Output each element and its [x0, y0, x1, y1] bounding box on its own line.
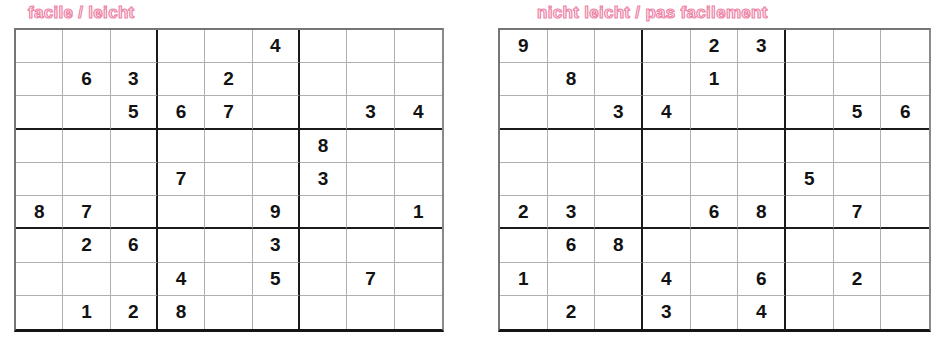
cell-r8c4: 4	[643, 263, 691, 296]
sudoku-board-hard: 923813456523687681462234	[498, 28, 931, 332]
cell-r9c4: 8	[158, 296, 205, 329]
cell-r1c4	[158, 30, 205, 63]
cell-r8c9	[395, 263, 442, 296]
cell-r2c5: 1	[691, 63, 739, 96]
cell-r7c1	[16, 229, 63, 262]
cell-r9c8	[347, 296, 394, 329]
cell-r8c7	[300, 263, 347, 296]
cell-r6c8	[347, 196, 394, 229]
cell-r6c6: 9	[253, 196, 300, 229]
cell-r7c4	[158, 229, 205, 262]
cell-r3c4: 6	[158, 96, 205, 129]
cell-r3c6	[738, 96, 786, 129]
cell-r2c3: 3	[111, 63, 158, 96]
cell-r7c7	[300, 229, 347, 262]
cell-r1c5	[205, 30, 252, 63]
cell-r7c2: 6	[548, 229, 596, 262]
cell-r2c8	[347, 63, 394, 96]
cell-r3c2	[63, 96, 110, 129]
cell-r5c1	[500, 163, 548, 196]
cell-r6c8: 7	[834, 196, 882, 229]
puzzle-title-easy: facile / leicht	[28, 2, 135, 24]
cell-r5c4: 7	[158, 163, 205, 196]
cell-r7c8	[347, 229, 394, 262]
cell-r4c6	[253, 130, 300, 163]
cell-r4c8	[834, 130, 882, 163]
cell-r8c3	[595, 263, 643, 296]
cell-r1c8	[834, 30, 882, 63]
cell-r3c3: 3	[595, 96, 643, 129]
cell-r4c4	[643, 130, 691, 163]
cell-r8c7	[786, 263, 834, 296]
cell-r2c6	[738, 63, 786, 96]
cell-r8c6: 6	[738, 263, 786, 296]
cell-r4c5	[205, 130, 252, 163]
cell-r7c1	[500, 229, 548, 262]
cell-r2c3	[595, 63, 643, 96]
cell-r4c2	[63, 130, 110, 163]
cell-r1c6: 3	[738, 30, 786, 63]
cell-r9c2: 2	[548, 296, 596, 329]
cell-r2c7	[300, 63, 347, 96]
cell-r1c8	[347, 30, 394, 63]
cell-r3c5	[691, 96, 739, 129]
cell-r6c2: 3	[548, 196, 596, 229]
cell-r9c5	[205, 296, 252, 329]
cell-r7c9	[395, 229, 442, 262]
cell-r8c5	[205, 263, 252, 296]
cell-r5c5	[691, 163, 739, 196]
cell-r4c7	[786, 130, 834, 163]
cell-r8c2	[63, 263, 110, 296]
cell-r4c6	[738, 130, 786, 163]
cell-r8c6: 5	[253, 263, 300, 296]
cell-r7c6	[738, 229, 786, 262]
cell-r8c1: 1	[500, 263, 548, 296]
cell-r4c5	[691, 130, 739, 163]
cell-r5c2	[63, 163, 110, 196]
cell-r6c9	[881, 196, 929, 229]
cell-r6c4	[158, 196, 205, 229]
cell-r7c3: 8	[595, 229, 643, 262]
cell-r4c1	[500, 130, 548, 163]
cell-r7c8	[834, 229, 882, 262]
cell-r9c4: 3	[643, 296, 691, 329]
cell-r5c3	[111, 163, 158, 196]
cell-r5c8	[347, 163, 394, 196]
cell-r9c7	[786, 296, 834, 329]
cell-r5c9	[395, 163, 442, 196]
cell-r7c2: 2	[63, 229, 110, 262]
cell-r9c6: 4	[738, 296, 786, 329]
cell-r4c2	[548, 130, 596, 163]
puzzle-title-hard: nicht leicht / pas facilement	[537, 2, 768, 24]
cell-r4c3	[111, 130, 158, 163]
cell-r9c1	[500, 296, 548, 329]
cell-r3c7	[300, 96, 347, 129]
cell-r7c6: 3	[253, 229, 300, 262]
cell-r8c3	[111, 263, 158, 296]
cell-r1c7	[786, 30, 834, 63]
cell-r7c3: 6	[111, 229, 158, 262]
cell-r1c1: 9	[500, 30, 548, 63]
cell-r6c1: 2	[500, 196, 548, 229]
cell-r2c1	[500, 63, 548, 96]
cell-r9c2: 1	[63, 296, 110, 329]
cell-r6c7	[300, 196, 347, 229]
cell-r5c7: 3	[300, 163, 347, 196]
cell-r1c3	[595, 30, 643, 63]
cell-r9c1	[16, 296, 63, 329]
cell-r1c7	[300, 30, 347, 63]
cell-r4c7: 8	[300, 130, 347, 163]
cell-r2c6	[253, 63, 300, 96]
cell-r5c8	[834, 163, 882, 196]
cell-r1c9	[395, 30, 442, 63]
cell-r6c3	[111, 196, 158, 229]
cell-r9c3	[595, 296, 643, 329]
cell-r6c9: 1	[395, 196, 442, 229]
cell-r3c3: 5	[111, 96, 158, 129]
cell-r2c2: 8	[548, 63, 596, 96]
cell-r6c5: 6	[691, 196, 739, 229]
sudoku-board-easy: 4632567348738791263457128	[14, 28, 444, 332]
cell-r9c7	[300, 296, 347, 329]
cell-r1c4	[643, 30, 691, 63]
cell-r1c3	[111, 30, 158, 63]
cell-r5c9	[881, 163, 929, 196]
cell-r7c5	[205, 229, 252, 262]
cell-r4c9	[881, 130, 929, 163]
cell-r4c1	[16, 130, 63, 163]
cell-r8c4: 4	[158, 263, 205, 296]
cell-r5c4	[643, 163, 691, 196]
cell-r3c7	[786, 96, 834, 129]
cell-r4c4	[158, 130, 205, 163]
cell-r3c9: 4	[395, 96, 442, 129]
cell-r5c6	[738, 163, 786, 196]
cell-r5c5	[205, 163, 252, 196]
cell-r2c9	[395, 63, 442, 96]
cell-r5c7: 5	[786, 163, 834, 196]
cell-r7c4	[643, 229, 691, 262]
cell-r1c6: 4	[253, 30, 300, 63]
cell-r4c9	[395, 130, 442, 163]
cell-r3c6	[253, 96, 300, 129]
cell-r6c2: 7	[63, 196, 110, 229]
cell-r6c3	[595, 196, 643, 229]
cell-r9c3: 2	[111, 296, 158, 329]
cell-r5c6	[253, 163, 300, 196]
cell-r8c5	[691, 263, 739, 296]
cell-r7c9	[881, 229, 929, 262]
cell-r6c6: 8	[738, 196, 786, 229]
cell-r9c9	[395, 296, 442, 329]
cell-r3c8: 3	[347, 96, 394, 129]
cell-r1c5: 2	[691, 30, 739, 63]
cell-r8c8: 2	[834, 263, 882, 296]
cell-r8c1	[16, 263, 63, 296]
cell-r9c8	[834, 296, 882, 329]
cell-r1c2	[63, 30, 110, 63]
cell-r2c4	[643, 63, 691, 96]
cell-r5c1	[16, 163, 63, 196]
cell-r2c4	[158, 63, 205, 96]
cell-r3c4: 4	[643, 96, 691, 129]
cell-r5c2	[548, 163, 596, 196]
cell-r6c5	[205, 196, 252, 229]
cell-r3c5: 7	[205, 96, 252, 129]
cell-r8c2	[548, 263, 596, 296]
cell-r4c8	[347, 130, 394, 163]
cell-r8c8: 7	[347, 263, 394, 296]
cell-r4c3	[595, 130, 643, 163]
cell-r3c9: 6	[881, 96, 929, 129]
cell-r6c1: 8	[16, 196, 63, 229]
cell-r3c1	[500, 96, 548, 129]
cell-r3c2	[548, 96, 596, 129]
cell-r3c1	[16, 96, 63, 129]
cell-r2c2: 6	[63, 63, 110, 96]
cell-r1c2	[548, 30, 596, 63]
cell-r9c9	[881, 296, 929, 329]
cell-r7c7	[786, 229, 834, 262]
sudoku-page: facile / leicht nicht leicht / pas facil…	[0, 0, 945, 355]
cell-r7c5	[691, 229, 739, 262]
cell-r2c1	[16, 63, 63, 96]
cell-r8c9	[881, 263, 929, 296]
cell-r1c1	[16, 30, 63, 63]
cell-r6c4	[643, 196, 691, 229]
cell-r9c5	[691, 296, 739, 329]
cell-r5c3	[595, 163, 643, 196]
cell-r2c8	[834, 63, 882, 96]
cell-r3c8: 5	[834, 96, 882, 129]
cell-r6c7	[786, 196, 834, 229]
cell-r2c9	[881, 63, 929, 96]
cell-r2c7	[786, 63, 834, 96]
cell-r2c5: 2	[205, 63, 252, 96]
cell-r1c9	[881, 30, 929, 63]
cell-r9c6	[253, 296, 300, 329]
